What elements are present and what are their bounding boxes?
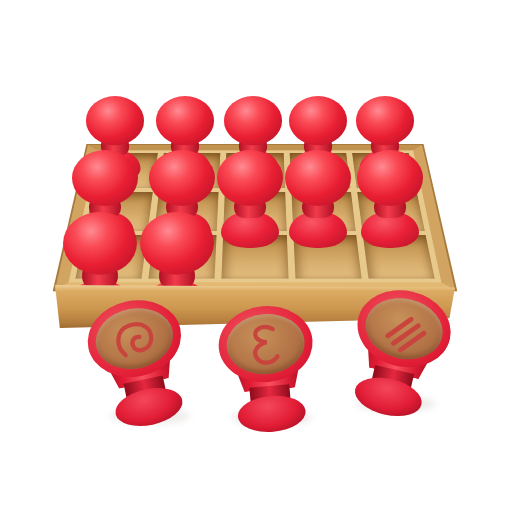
stamp-cap	[224, 96, 282, 145]
stamp-cap	[217, 150, 283, 206]
stamp-cap	[285, 150, 351, 206]
stamp-cap	[356, 96, 414, 145]
stamp-cap	[140, 212, 214, 275]
script-e-design-icon	[235, 318, 297, 371]
stamp-cap	[156, 96, 214, 145]
stamp-knob-base	[351, 372, 425, 422]
stamp-rubber-pad	[224, 311, 307, 378]
stamp-cap	[72, 150, 138, 206]
stamp-knob-base	[236, 393, 307, 435]
tray-stamp-r2c5[interactable]	[354, 150, 426, 268]
triple-bars-design-icon	[370, 299, 437, 359]
stamp-cap	[289, 96, 347, 145]
stamp-cap	[86, 96, 144, 145]
stamp-cap	[63, 212, 137, 275]
stamp-rubber-pad	[359, 291, 448, 367]
stamp-rubber-pad	[90, 301, 179, 376]
tray-stamp-r2c4[interactable]	[282, 150, 354, 268]
loose-stamp-script-e[interactable]	[208, 301, 329, 440]
spiral-e-design-icon	[101, 309, 168, 368]
stamp-cap	[357, 150, 423, 206]
stamp-face	[216, 302, 316, 386]
stamp-cap	[149, 150, 215, 206]
tray-stamp-r2c3[interactable]	[214, 150, 286, 268]
product-photo-scene	[0, 0, 520, 520]
stamp-knob-base	[112, 382, 186, 431]
